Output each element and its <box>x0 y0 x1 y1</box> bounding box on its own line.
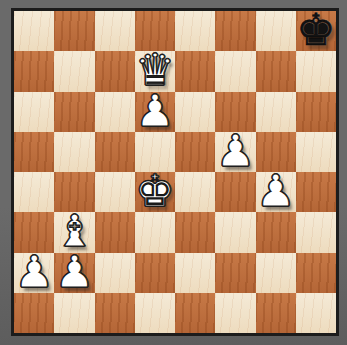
white-pawn-piece[interactable]: ♟ <box>135 89 174 133</box>
square-b6[interactable] <box>54 92 94 132</box>
square-g4[interactable]: ♟ <box>256 172 296 212</box>
square-e3[interactable] <box>175 212 215 252</box>
square-f7[interactable] <box>215 51 255 91</box>
square-f3[interactable] <box>215 212 255 252</box>
square-e8[interactable] <box>175 11 215 51</box>
square-a6[interactable] <box>14 92 54 132</box>
square-c7[interactable] <box>95 51 135 91</box>
white-pawn-piece[interactable]: ♟ <box>55 250 94 294</box>
square-c5[interactable] <box>95 132 135 172</box>
black-king-piece[interactable]: ♚ <box>296 8 335 52</box>
square-a4[interactable] <box>14 172 54 212</box>
square-d3[interactable] <box>135 212 175 252</box>
square-a5[interactable] <box>14 132 54 172</box>
square-h1[interactable] <box>296 293 336 333</box>
white-pawn-piece[interactable]: ♟ <box>14 250 53 294</box>
square-c1[interactable] <box>95 293 135 333</box>
square-a2[interactable]: ♟ <box>14 253 54 293</box>
square-c6[interactable] <box>95 92 135 132</box>
square-g7[interactable] <box>256 51 296 91</box>
square-f5[interactable]: ♟ <box>215 132 255 172</box>
chess-board: ♚♛♟♟♚♟♝♟♟ <box>14 11 336 333</box>
square-e1[interactable] <box>175 293 215 333</box>
square-h8[interactable]: ♚ <box>296 11 336 51</box>
square-d1[interactable] <box>135 293 175 333</box>
square-e2[interactable] <box>175 253 215 293</box>
square-h4[interactable] <box>296 172 336 212</box>
square-c2[interactable] <box>95 253 135 293</box>
white-king-piece[interactable]: ♚ <box>135 169 174 213</box>
square-g3[interactable] <box>256 212 296 252</box>
square-h6[interactable] <box>296 92 336 132</box>
square-a7[interactable] <box>14 51 54 91</box>
square-e7[interactable] <box>175 51 215 91</box>
square-h5[interactable] <box>296 132 336 172</box>
square-g6[interactable] <box>256 92 296 132</box>
square-f1[interactable] <box>215 293 255 333</box>
square-g8[interactable] <box>256 11 296 51</box>
square-d6[interactable]: ♟ <box>135 92 175 132</box>
square-b8[interactable] <box>54 11 94 51</box>
square-d4[interactable]: ♚ <box>135 172 175 212</box>
square-f4[interactable] <box>215 172 255 212</box>
square-h7[interactable] <box>296 51 336 91</box>
white-pawn-piece[interactable]: ♟ <box>216 129 255 173</box>
square-a1[interactable] <box>14 293 54 333</box>
square-b2[interactable]: ♟ <box>54 253 94 293</box>
white-pawn-piece[interactable]: ♟ <box>256 169 295 213</box>
square-b1[interactable] <box>54 293 94 333</box>
square-d2[interactable] <box>135 253 175 293</box>
square-c3[interactable] <box>95 212 135 252</box>
square-f2[interactable] <box>215 253 255 293</box>
square-e6[interactable] <box>175 92 215 132</box>
chess-app-window: ♚♛♟♟♚♟♝♟♟ <box>0 0 347 345</box>
square-h3[interactable] <box>296 212 336 252</box>
square-f8[interactable] <box>215 11 255 51</box>
square-e5[interactable] <box>175 132 215 172</box>
square-c8[interactable] <box>95 11 135 51</box>
square-c4[interactable] <box>95 172 135 212</box>
square-b5[interactable] <box>54 132 94 172</box>
square-b7[interactable] <box>54 51 94 91</box>
square-a8[interactable] <box>14 11 54 51</box>
board-frame: ♚♛♟♟♚♟♝♟♟ <box>11 8 339 336</box>
square-e4[interactable] <box>175 172 215 212</box>
square-g2[interactable] <box>256 253 296 293</box>
square-g1[interactable] <box>256 293 296 333</box>
square-h2[interactable] <box>296 253 336 293</box>
